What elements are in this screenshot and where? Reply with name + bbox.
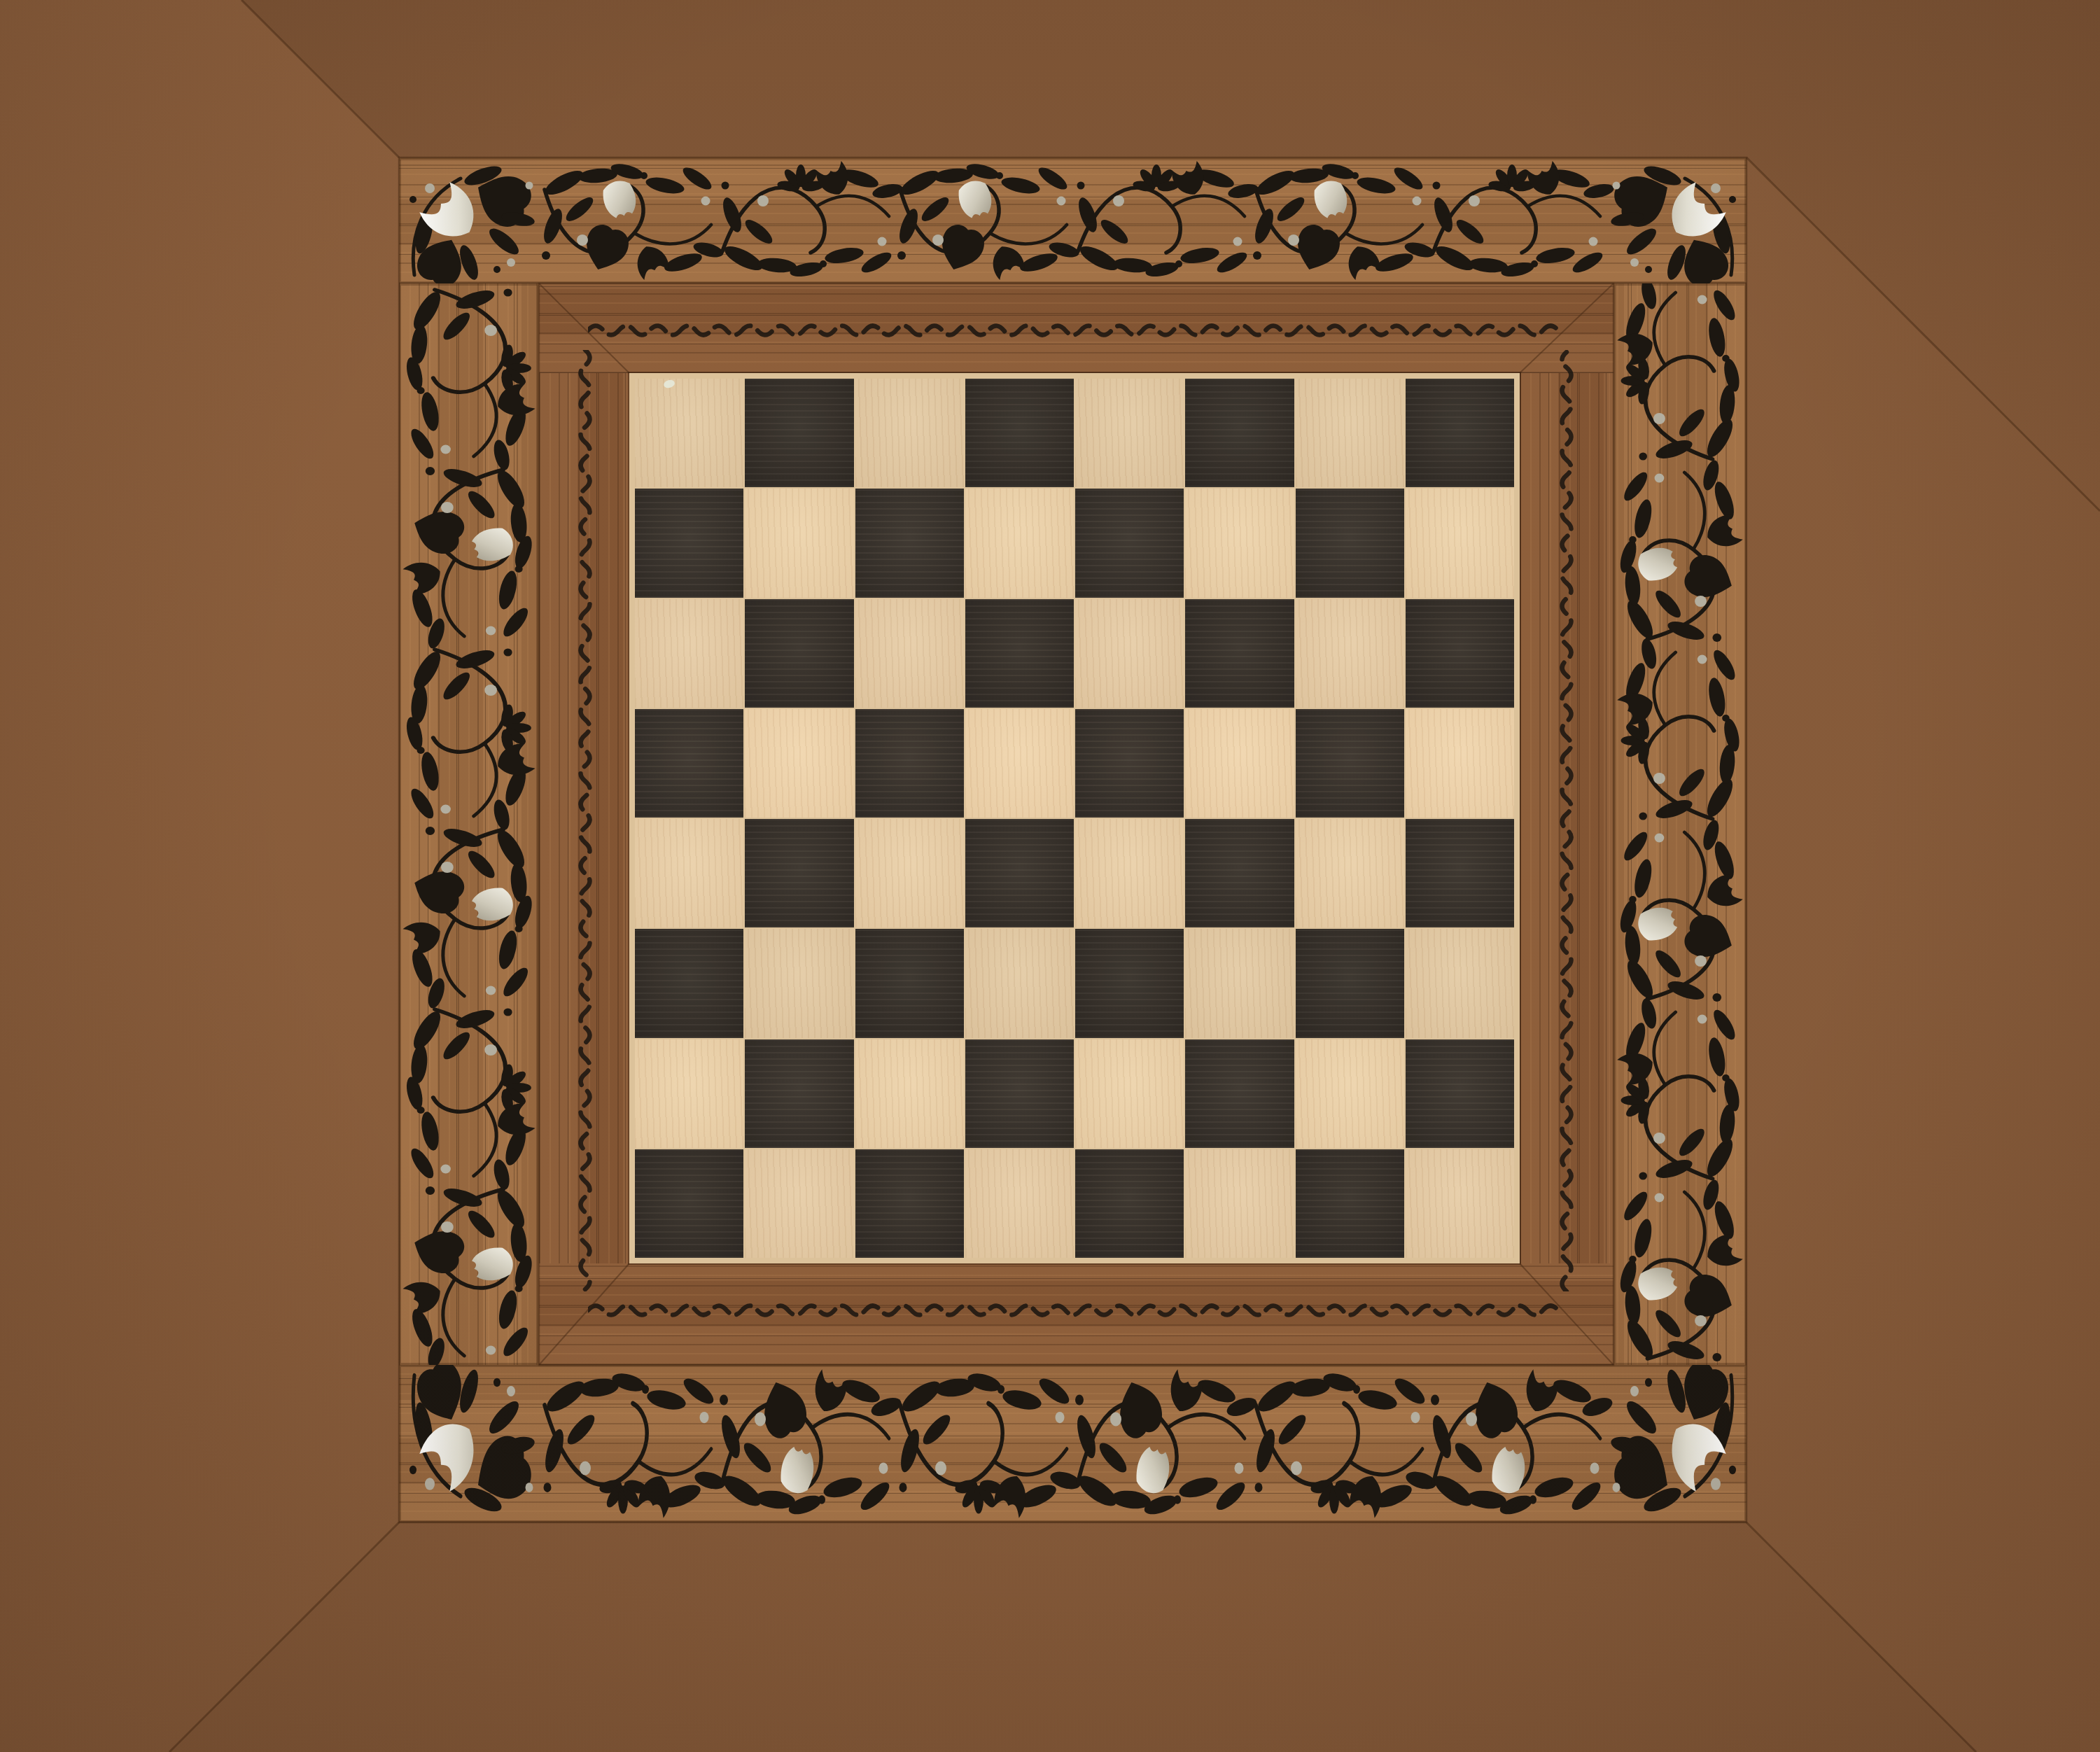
square-d8[interactable] bbox=[965, 379, 1074, 487]
square-h5[interactable] bbox=[1406, 709, 1514, 818]
square-g7[interactable] bbox=[1296, 489, 1404, 597]
square-d6[interactable] bbox=[965, 599, 1074, 708]
square-d4[interactable] bbox=[965, 819, 1074, 927]
square-d2[interactable] bbox=[965, 1039, 1074, 1148]
square-h7[interactable] bbox=[1406, 489, 1514, 597]
square-f6[interactable] bbox=[1185, 599, 1294, 708]
inner-frame-right bbox=[1520, 373, 1613, 1263]
floral-vine-bottom bbox=[399, 1365, 1746, 1522]
floral-vine-top bbox=[399, 157, 1746, 283]
square-f1[interactable] bbox=[1185, 1149, 1294, 1258]
square-e8[interactable] bbox=[1075, 379, 1184, 487]
square-b7[interactable] bbox=[745, 489, 853, 597]
square-e1[interactable] bbox=[1075, 1149, 1184, 1258]
square-a4[interactable] bbox=[635, 819, 743, 927]
square-a1[interactable] bbox=[635, 1149, 743, 1258]
floral-inlay-band-top bbox=[399, 157, 1746, 283]
inner-frame-left bbox=[539, 373, 629, 1263]
square-e3[interactable] bbox=[1075, 929, 1184, 1037]
square-e6[interactable] bbox=[1075, 599, 1184, 708]
inner-frame-bottom bbox=[539, 1263, 1613, 1365]
square-e4[interactable] bbox=[1075, 819, 1184, 927]
square-f2[interactable] bbox=[1185, 1039, 1294, 1148]
square-a8[interactable] bbox=[635, 379, 743, 487]
chessboard-table-photo bbox=[0, 0, 2100, 1752]
square-h8[interactable] bbox=[1406, 379, 1514, 487]
square-f4[interactable] bbox=[1185, 819, 1294, 927]
square-h2[interactable] bbox=[1406, 1039, 1514, 1148]
square-e7[interactable] bbox=[1075, 489, 1184, 597]
square-b1[interactable] bbox=[745, 1149, 853, 1258]
square-g8[interactable] bbox=[1296, 379, 1404, 487]
square-f5[interactable] bbox=[1185, 709, 1294, 818]
square-d1[interactable] bbox=[965, 1149, 1074, 1258]
square-g1[interactable] bbox=[1296, 1149, 1404, 1258]
square-a7[interactable] bbox=[635, 489, 743, 597]
square-d3[interactable] bbox=[965, 929, 1074, 1037]
square-a2[interactable] bbox=[635, 1039, 743, 1148]
square-b4[interactable] bbox=[745, 819, 853, 927]
square-b5[interactable] bbox=[745, 709, 853, 818]
square-c6[interactable] bbox=[855, 599, 964, 708]
square-g3[interactable] bbox=[1296, 929, 1404, 1037]
square-g5[interactable] bbox=[1296, 709, 1404, 818]
square-b3[interactable] bbox=[745, 929, 853, 1037]
inner-frame-top bbox=[539, 283, 1613, 373]
floral-inlay-band-bottom bbox=[399, 1365, 1746, 1522]
square-f8[interactable] bbox=[1185, 379, 1294, 487]
square-c8[interactable] bbox=[855, 379, 964, 487]
square-g2[interactable] bbox=[1296, 1039, 1404, 1148]
square-e2[interactable] bbox=[1075, 1039, 1184, 1148]
floral-vine-left bbox=[399, 283, 539, 1365]
square-a5[interactable] bbox=[635, 709, 743, 818]
square-d5[interactable] bbox=[965, 709, 1074, 818]
floral-inlay-band-left bbox=[399, 283, 539, 1365]
square-g6[interactable] bbox=[1296, 599, 1404, 708]
square-c5[interactable] bbox=[855, 709, 964, 818]
square-c1[interactable] bbox=[855, 1149, 964, 1258]
square-b8[interactable] bbox=[745, 379, 853, 487]
square-a6[interactable] bbox=[635, 599, 743, 708]
square-b2[interactable] bbox=[745, 1039, 853, 1148]
square-h6[interactable] bbox=[1406, 599, 1514, 708]
floral-vine-right bbox=[1613, 283, 1746, 1365]
square-h3[interactable] bbox=[1406, 929, 1514, 1037]
square-h4[interactable] bbox=[1406, 819, 1514, 927]
square-f3[interactable] bbox=[1185, 929, 1294, 1037]
chess-board[interactable] bbox=[635, 379, 1514, 1258]
square-f7[interactable] bbox=[1185, 489, 1294, 597]
square-e5[interactable] bbox=[1075, 709, 1184, 818]
square-d7[interactable] bbox=[965, 489, 1074, 597]
square-c2[interactable] bbox=[855, 1039, 964, 1148]
square-h1[interactable] bbox=[1406, 1149, 1514, 1258]
square-a3[interactable] bbox=[635, 929, 743, 1037]
square-c4[interactable] bbox=[855, 819, 964, 927]
square-c7[interactable] bbox=[855, 489, 964, 597]
floral-inlay-band-right bbox=[1613, 283, 1746, 1365]
square-g4[interactable] bbox=[1296, 819, 1404, 927]
square-c3[interactable] bbox=[855, 929, 964, 1037]
maple-border-plate bbox=[629, 373, 1520, 1263]
square-b6[interactable] bbox=[745, 599, 853, 708]
